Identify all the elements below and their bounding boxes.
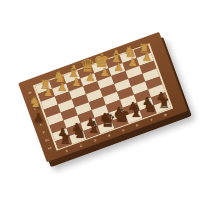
dark-rook[interactable]: ♜	[158, 97, 170, 110]
spare-light-knight[interactable]: ♞	[29, 95, 42, 109]
chess-board: ABCDEFGH 12345678 ♜♞♝♛♚♝♞♜♟♟♟♟♟♟♟♟♟♟♟♟♟♟…	[18, 32, 188, 162]
chess-set-photo: ABCDEFGH 12345678 ♜♞♝♛♚♝♞♜♟♟♟♟♟♟♟♟♟♟♟♟♟♟…	[0, 0, 200, 200]
board-grid: ♜♞♝♛♚♝♞♜♟♟♟♟♟♟♟♟♟♟♟♟♟♟♟♟♜♞♝♛♚♝♞♜	[35, 45, 171, 149]
spare-dark-pawn[interactable]: ♟	[33, 112, 44, 124]
